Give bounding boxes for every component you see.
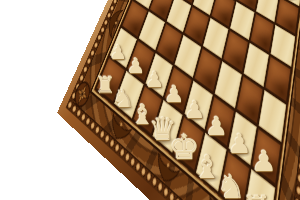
chess-board xyxy=(57,0,300,200)
product-photo: ♜♞♝♟♛♟♚♟♝♟♞♟♜♟♟♟♟♟♟♜♟♞♟♝♟♛♟♚♟♝♞♜ xyxy=(0,0,300,200)
